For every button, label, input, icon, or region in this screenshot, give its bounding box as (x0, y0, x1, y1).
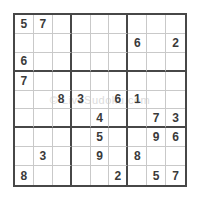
cell-r6c2[interactable] (34, 109, 53, 128)
cell-r1c7[interactable] (128, 15, 147, 34)
cell-r7c8[interactable]: 9 (147, 128, 166, 147)
cell-r7c3[interactable] (53, 128, 72, 147)
cell-r9c6[interactable]: 2 (109, 166, 128, 185)
cell-r8c1[interactable] (15, 147, 34, 166)
cell-r8c8[interactable] (147, 147, 166, 166)
cell-r5c5[interactable] (91, 91, 110, 110)
cell-r2c7[interactable]: 6 (128, 34, 147, 53)
cell-r2c9[interactable]: 2 (166, 34, 185, 53)
cell-r3c6[interactable] (109, 53, 128, 72)
cell-r3c5[interactable] (91, 53, 110, 72)
cell-r7c6[interactable] (109, 128, 128, 147)
cell-r9c9[interactable]: 7 (166, 166, 185, 185)
cell-r6c4[interactable] (72, 109, 91, 128)
cell-r9c1[interactable]: 8 (15, 166, 34, 185)
cell-r3c3[interactable] (53, 53, 72, 72)
cell-r9c4[interactable] (72, 166, 91, 185)
cell-r3c1[interactable]: 6 (15, 53, 34, 72)
cell-r2c2[interactable] (34, 34, 53, 53)
cell-r5c6[interactable]: 6 (109, 91, 128, 110)
cell-r9c5[interactable] (91, 166, 110, 185)
cell-r2c5[interactable] (91, 34, 110, 53)
cell-r4c9[interactable] (166, 72, 185, 91)
cell-r8c2[interactable]: 3 (34, 147, 53, 166)
cell-r1c4[interactable] (72, 15, 91, 34)
cell-r2c6[interactable] (109, 34, 128, 53)
cell-r9c8[interactable]: 5 (147, 166, 166, 185)
cell-r4c5[interactable] (91, 72, 110, 91)
cell-r3c7[interactable] (128, 53, 147, 72)
cell-r8c4[interactable] (72, 147, 91, 166)
sudoku-board: © LiveSudoku.com 57626783614735963988257 (13, 13, 187, 187)
cell-r2c8[interactable] (147, 34, 166, 53)
cell-r7c1[interactable] (15, 128, 34, 147)
cell-r8c9[interactable] (166, 147, 185, 166)
cell-r6c5[interactable]: 4 (91, 109, 110, 128)
cell-r7c2[interactable] (34, 128, 53, 147)
cell-r1c5[interactable] (91, 15, 110, 34)
cell-r4c3[interactable] (53, 72, 72, 91)
cell-r1c1[interactable]: 5 (15, 15, 34, 34)
cell-r6c8[interactable]: 7 (147, 109, 166, 128)
cell-r6c3[interactable] (53, 109, 72, 128)
cell-r6c6[interactable] (109, 109, 128, 128)
cell-r7c7[interactable] (128, 128, 147, 147)
cell-r1c6[interactable] (109, 15, 128, 34)
cell-r8c5[interactable]: 9 (91, 147, 110, 166)
cell-r3c9[interactable] (166, 53, 185, 72)
cell-r2c1[interactable] (15, 34, 34, 53)
cell-r7c5[interactable]: 5 (91, 128, 110, 147)
cell-r9c2[interactable] (34, 166, 53, 185)
cell-r4c2[interactable] (34, 72, 53, 91)
cell-r9c3[interactable] (53, 166, 72, 185)
cell-r4c7[interactable] (128, 72, 147, 91)
sudoku-page: © LiveSudoku.com 57626783614735963988257 (0, 0, 200, 200)
cell-r4c1[interactable]: 7 (15, 72, 34, 91)
cell-r5c7[interactable]: 1 (128, 91, 147, 110)
cell-r8c7[interactable]: 8 (128, 147, 147, 166)
cell-r8c3[interactable] (53, 147, 72, 166)
cell-r3c4[interactable] (72, 53, 91, 72)
cell-r5c1[interactable] (15, 91, 34, 110)
cell-r7c4[interactable] (72, 128, 91, 147)
cell-r2c4[interactable] (72, 34, 91, 53)
cell-r4c8[interactable] (147, 72, 166, 91)
cell-r4c4[interactable] (72, 72, 91, 91)
cell-r3c2[interactable] (34, 53, 53, 72)
cell-r4c6[interactable] (109, 72, 128, 91)
cell-r5c4[interactable]: 3 (72, 91, 91, 110)
cell-r6c1[interactable] (15, 109, 34, 128)
cell-r5c9[interactable] (166, 91, 185, 110)
cell-r9c7[interactable] (128, 166, 147, 185)
cell-r6c9[interactable]: 3 (166, 109, 185, 128)
cell-r6c7[interactable] (128, 109, 147, 128)
cell-r5c2[interactable] (34, 91, 53, 110)
cell-r2c3[interactable] (53, 34, 72, 53)
cell-r7c9[interactable]: 6 (166, 128, 185, 147)
cell-r1c8[interactable] (147, 15, 166, 34)
cell-r3c8[interactable] (147, 53, 166, 72)
cell-r1c9[interactable] (166, 15, 185, 34)
cell-r5c3[interactable]: 8 (53, 91, 72, 110)
cell-r8c6[interactable] (109, 147, 128, 166)
cell-r1c2[interactable]: 7 (34, 15, 53, 34)
cell-r5c8[interactable] (147, 91, 166, 110)
cell-r1c3[interactable] (53, 15, 72, 34)
